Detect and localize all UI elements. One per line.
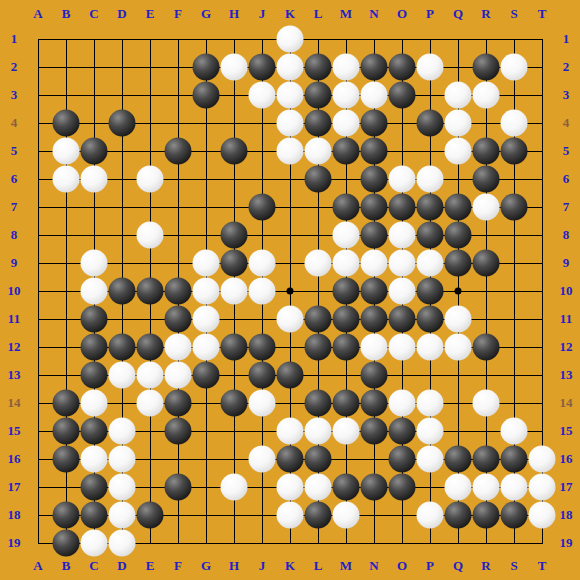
black-stone <box>501 194 528 221</box>
white-stone <box>445 334 472 361</box>
black-stone <box>109 278 136 305</box>
white-stone <box>249 250 276 277</box>
black-stone <box>165 390 192 417</box>
black-stone <box>305 502 332 529</box>
black-stone <box>221 250 248 277</box>
white-stone <box>109 418 136 445</box>
black-stone <box>473 502 500 529</box>
black-stone <box>417 194 444 221</box>
row-label-right: 16 <box>560 451 573 467</box>
row-label-left: 6 <box>11 171 18 187</box>
white-stone <box>501 54 528 81</box>
row-label-left: 12 <box>8 339 21 355</box>
column-label-bottom: H <box>229 558 239 574</box>
white-stone <box>333 502 360 529</box>
black-stone <box>53 530 80 557</box>
white-stone <box>417 502 444 529</box>
column-label-top: H <box>229 6 239 22</box>
column-label-top: O <box>397 6 407 22</box>
white-stone <box>137 166 164 193</box>
black-stone <box>445 194 472 221</box>
black-stone <box>81 334 108 361</box>
white-stone <box>417 418 444 445</box>
row-label-left: 2 <box>11 59 18 75</box>
black-stone <box>137 334 164 361</box>
black-stone <box>249 54 276 81</box>
white-stone <box>445 138 472 165</box>
black-stone <box>221 334 248 361</box>
row-label-right: 9 <box>563 255 570 271</box>
row-label-right: 10 <box>560 283 573 299</box>
white-stone <box>305 418 332 445</box>
black-stone <box>81 418 108 445</box>
black-stone <box>361 278 388 305</box>
black-stone <box>165 278 192 305</box>
white-stone <box>137 222 164 249</box>
white-stone <box>277 418 304 445</box>
white-stone <box>445 474 472 501</box>
row-label-left: 5 <box>11 143 18 159</box>
black-stone <box>109 334 136 361</box>
black-stone <box>53 418 80 445</box>
white-stone <box>445 110 472 137</box>
column-label-bottom: S <box>510 558 517 574</box>
black-stone <box>333 334 360 361</box>
white-stone <box>417 334 444 361</box>
white-stone <box>249 446 276 473</box>
black-stone <box>389 194 416 221</box>
white-stone <box>249 390 276 417</box>
star-point <box>455 288 462 295</box>
white-stone <box>277 306 304 333</box>
white-stone <box>193 306 220 333</box>
white-stone <box>109 362 136 389</box>
column-label-bottom: J <box>259 558 266 574</box>
white-stone <box>529 502 556 529</box>
black-stone <box>333 138 360 165</box>
white-stone <box>109 474 136 501</box>
black-stone <box>137 278 164 305</box>
row-label-right: 6 <box>563 171 570 187</box>
white-stone <box>53 138 80 165</box>
white-stone <box>137 390 164 417</box>
column-label-top: J <box>259 6 266 22</box>
row-label-left: 14 <box>8 395 21 411</box>
black-stone <box>333 194 360 221</box>
black-stone <box>417 110 444 137</box>
white-stone <box>333 110 360 137</box>
white-stone <box>529 474 556 501</box>
column-label-top: M <box>340 6 352 22</box>
column-label-bottom: F <box>174 558 182 574</box>
white-stone <box>221 54 248 81</box>
row-label-right: 4 <box>563 115 570 131</box>
black-stone <box>361 474 388 501</box>
black-stone <box>137 502 164 529</box>
column-label-top: P <box>426 6 434 22</box>
black-stone <box>473 250 500 277</box>
black-stone <box>445 502 472 529</box>
white-stone <box>389 278 416 305</box>
row-label-left: 9 <box>11 255 18 271</box>
white-stone <box>501 110 528 137</box>
column-label-bottom: N <box>369 558 378 574</box>
black-stone <box>389 446 416 473</box>
black-stone <box>305 306 332 333</box>
white-stone <box>333 82 360 109</box>
black-stone <box>305 166 332 193</box>
column-label-bottom: O <box>397 558 407 574</box>
black-stone <box>277 362 304 389</box>
black-stone <box>277 446 304 473</box>
row-label-right: 7 <box>563 199 570 215</box>
black-stone <box>305 54 332 81</box>
white-stone <box>389 166 416 193</box>
black-stone <box>473 138 500 165</box>
column-label-bottom: L <box>314 558 323 574</box>
row-label-left: 7 <box>11 199 18 215</box>
row-label-right: 19 <box>560 535 573 551</box>
black-stone <box>53 390 80 417</box>
column-label-top: D <box>117 6 126 22</box>
white-stone <box>473 82 500 109</box>
black-stone <box>333 306 360 333</box>
row-label-right: 15 <box>560 423 573 439</box>
black-stone <box>53 110 80 137</box>
white-stone <box>53 166 80 193</box>
black-stone <box>389 474 416 501</box>
black-stone <box>473 334 500 361</box>
white-stone <box>109 446 136 473</box>
white-stone <box>361 82 388 109</box>
white-stone <box>389 250 416 277</box>
column-label-top: F <box>174 6 182 22</box>
white-stone <box>249 278 276 305</box>
row-label-left: 11 <box>8 311 20 327</box>
black-stone <box>333 278 360 305</box>
column-label-top: N <box>369 6 378 22</box>
black-stone <box>221 390 248 417</box>
row-label-left: 17 <box>8 479 21 495</box>
white-stone <box>277 138 304 165</box>
white-stone <box>81 446 108 473</box>
white-stone <box>389 334 416 361</box>
black-stone <box>389 306 416 333</box>
white-stone <box>417 166 444 193</box>
black-stone <box>361 418 388 445</box>
go-board-screenshot: AABBCCDDEEFFGGHHJJKKLLMMNNOOPPQQRRSSTT11… <box>0 0 580 580</box>
column-label-bottom: E <box>146 558 155 574</box>
white-stone <box>305 474 332 501</box>
white-stone <box>333 222 360 249</box>
black-stone <box>193 82 220 109</box>
white-stone <box>81 250 108 277</box>
white-stone <box>193 278 220 305</box>
white-stone <box>277 82 304 109</box>
white-stone <box>165 362 192 389</box>
black-stone <box>473 166 500 193</box>
white-stone <box>445 306 472 333</box>
black-stone <box>389 54 416 81</box>
column-label-bottom: C <box>89 558 98 574</box>
column-label-top: K <box>285 6 295 22</box>
row-label-left: 16 <box>8 451 21 467</box>
column-label-bottom: K <box>285 558 295 574</box>
black-stone <box>305 334 332 361</box>
black-stone <box>445 250 472 277</box>
black-stone <box>361 110 388 137</box>
white-stone <box>221 278 248 305</box>
white-stone <box>81 278 108 305</box>
black-stone <box>445 222 472 249</box>
row-label-right: 18 <box>560 507 573 523</box>
star-point <box>287 288 294 295</box>
black-stone <box>221 138 248 165</box>
black-stone <box>165 418 192 445</box>
row-label-left: 19 <box>8 535 21 551</box>
black-stone <box>361 138 388 165</box>
white-stone <box>501 474 528 501</box>
column-label-top: A <box>33 6 42 22</box>
row-label-right: 17 <box>560 479 573 495</box>
white-stone <box>277 54 304 81</box>
row-label-left: 13 <box>8 367 21 383</box>
white-stone <box>137 362 164 389</box>
white-stone <box>389 222 416 249</box>
column-label-top: R <box>481 6 490 22</box>
column-label-top: C <box>89 6 98 22</box>
column-label-bottom: T <box>538 558 547 574</box>
black-stone <box>333 390 360 417</box>
black-stone <box>501 446 528 473</box>
row-label-right: 1 <box>563 31 570 47</box>
row-label-left: 1 <box>11 31 18 47</box>
white-stone <box>529 446 556 473</box>
white-stone <box>473 474 500 501</box>
row-label-left: 18 <box>8 507 21 523</box>
black-stone <box>389 82 416 109</box>
black-stone <box>193 362 220 389</box>
column-label-top: B <box>62 6 71 22</box>
white-stone <box>193 334 220 361</box>
grid-line-horizontal <box>38 403 543 404</box>
column-label-bottom: Q <box>453 558 463 574</box>
white-stone <box>333 250 360 277</box>
white-stone <box>361 250 388 277</box>
black-stone <box>305 446 332 473</box>
black-stone <box>473 54 500 81</box>
black-stone <box>165 474 192 501</box>
row-label-right: 5 <box>563 143 570 159</box>
black-stone <box>305 390 332 417</box>
white-stone <box>417 54 444 81</box>
black-stone <box>165 138 192 165</box>
black-stone <box>249 334 276 361</box>
white-stone <box>221 474 248 501</box>
white-stone <box>445 82 472 109</box>
row-label-left: 4 <box>11 115 18 131</box>
column-label-bottom: A <box>33 558 42 574</box>
black-stone <box>249 194 276 221</box>
black-stone <box>53 446 80 473</box>
white-stone <box>277 502 304 529</box>
black-stone <box>445 446 472 473</box>
column-label-bottom: G <box>201 558 211 574</box>
column-label-top: L <box>314 6 323 22</box>
white-stone <box>473 194 500 221</box>
white-stone <box>81 530 108 557</box>
black-stone <box>81 474 108 501</box>
white-stone <box>81 166 108 193</box>
black-stone <box>81 502 108 529</box>
white-stone <box>193 250 220 277</box>
black-stone <box>361 362 388 389</box>
row-label-right: 2 <box>563 59 570 75</box>
column-label-bottom: D <box>117 558 126 574</box>
black-stone <box>389 418 416 445</box>
black-stone <box>81 138 108 165</box>
black-stone <box>361 54 388 81</box>
black-stone <box>165 306 192 333</box>
white-stone <box>277 474 304 501</box>
white-stone <box>109 502 136 529</box>
column-label-top: G <box>201 6 211 22</box>
row-label-right: 12 <box>560 339 573 355</box>
black-stone <box>501 138 528 165</box>
row-label-left: 10 <box>8 283 21 299</box>
black-stone <box>361 390 388 417</box>
white-stone <box>277 110 304 137</box>
white-stone <box>417 446 444 473</box>
black-stone <box>361 222 388 249</box>
row-label-right: 3 <box>563 87 570 103</box>
black-stone <box>473 446 500 473</box>
white-stone <box>81 390 108 417</box>
row-label-right: 8 <box>563 227 570 243</box>
white-stone <box>305 138 332 165</box>
row-label-left: 8 <box>11 227 18 243</box>
black-stone <box>417 306 444 333</box>
black-stone <box>305 82 332 109</box>
row-label-right: 13 <box>560 367 573 383</box>
black-stone <box>417 222 444 249</box>
column-label-top: T <box>538 6 547 22</box>
black-stone <box>193 54 220 81</box>
column-label-top: Q <box>453 6 463 22</box>
column-label-bottom: R <box>481 558 490 574</box>
white-stone <box>277 26 304 53</box>
column-label-bottom: P <box>426 558 434 574</box>
white-stone <box>501 418 528 445</box>
black-stone <box>249 362 276 389</box>
black-stone <box>417 278 444 305</box>
white-stone <box>305 250 332 277</box>
black-stone <box>221 222 248 249</box>
white-stone <box>109 530 136 557</box>
black-stone <box>305 110 332 137</box>
black-stone <box>361 166 388 193</box>
white-stone <box>333 54 360 81</box>
column-label-top: E <box>146 6 155 22</box>
white-stone <box>249 82 276 109</box>
black-stone <box>333 474 360 501</box>
white-stone <box>417 250 444 277</box>
column-label-bottom: B <box>62 558 71 574</box>
column-label-bottom: M <box>340 558 352 574</box>
white-stone <box>361 334 388 361</box>
white-stone <box>473 390 500 417</box>
black-stone <box>361 306 388 333</box>
black-stone <box>109 110 136 137</box>
row-label-right: 11 <box>560 311 572 327</box>
black-stone <box>81 306 108 333</box>
white-stone <box>417 390 444 417</box>
black-stone <box>361 194 388 221</box>
white-stone <box>389 390 416 417</box>
black-stone <box>81 362 108 389</box>
row-label-left: 15 <box>8 423 21 439</box>
black-stone <box>53 502 80 529</box>
white-stone <box>165 334 192 361</box>
row-label-left: 3 <box>11 87 18 103</box>
black-stone <box>501 502 528 529</box>
row-label-right: 14 <box>560 395 573 411</box>
column-label-top: S <box>510 6 517 22</box>
white-stone <box>333 418 360 445</box>
